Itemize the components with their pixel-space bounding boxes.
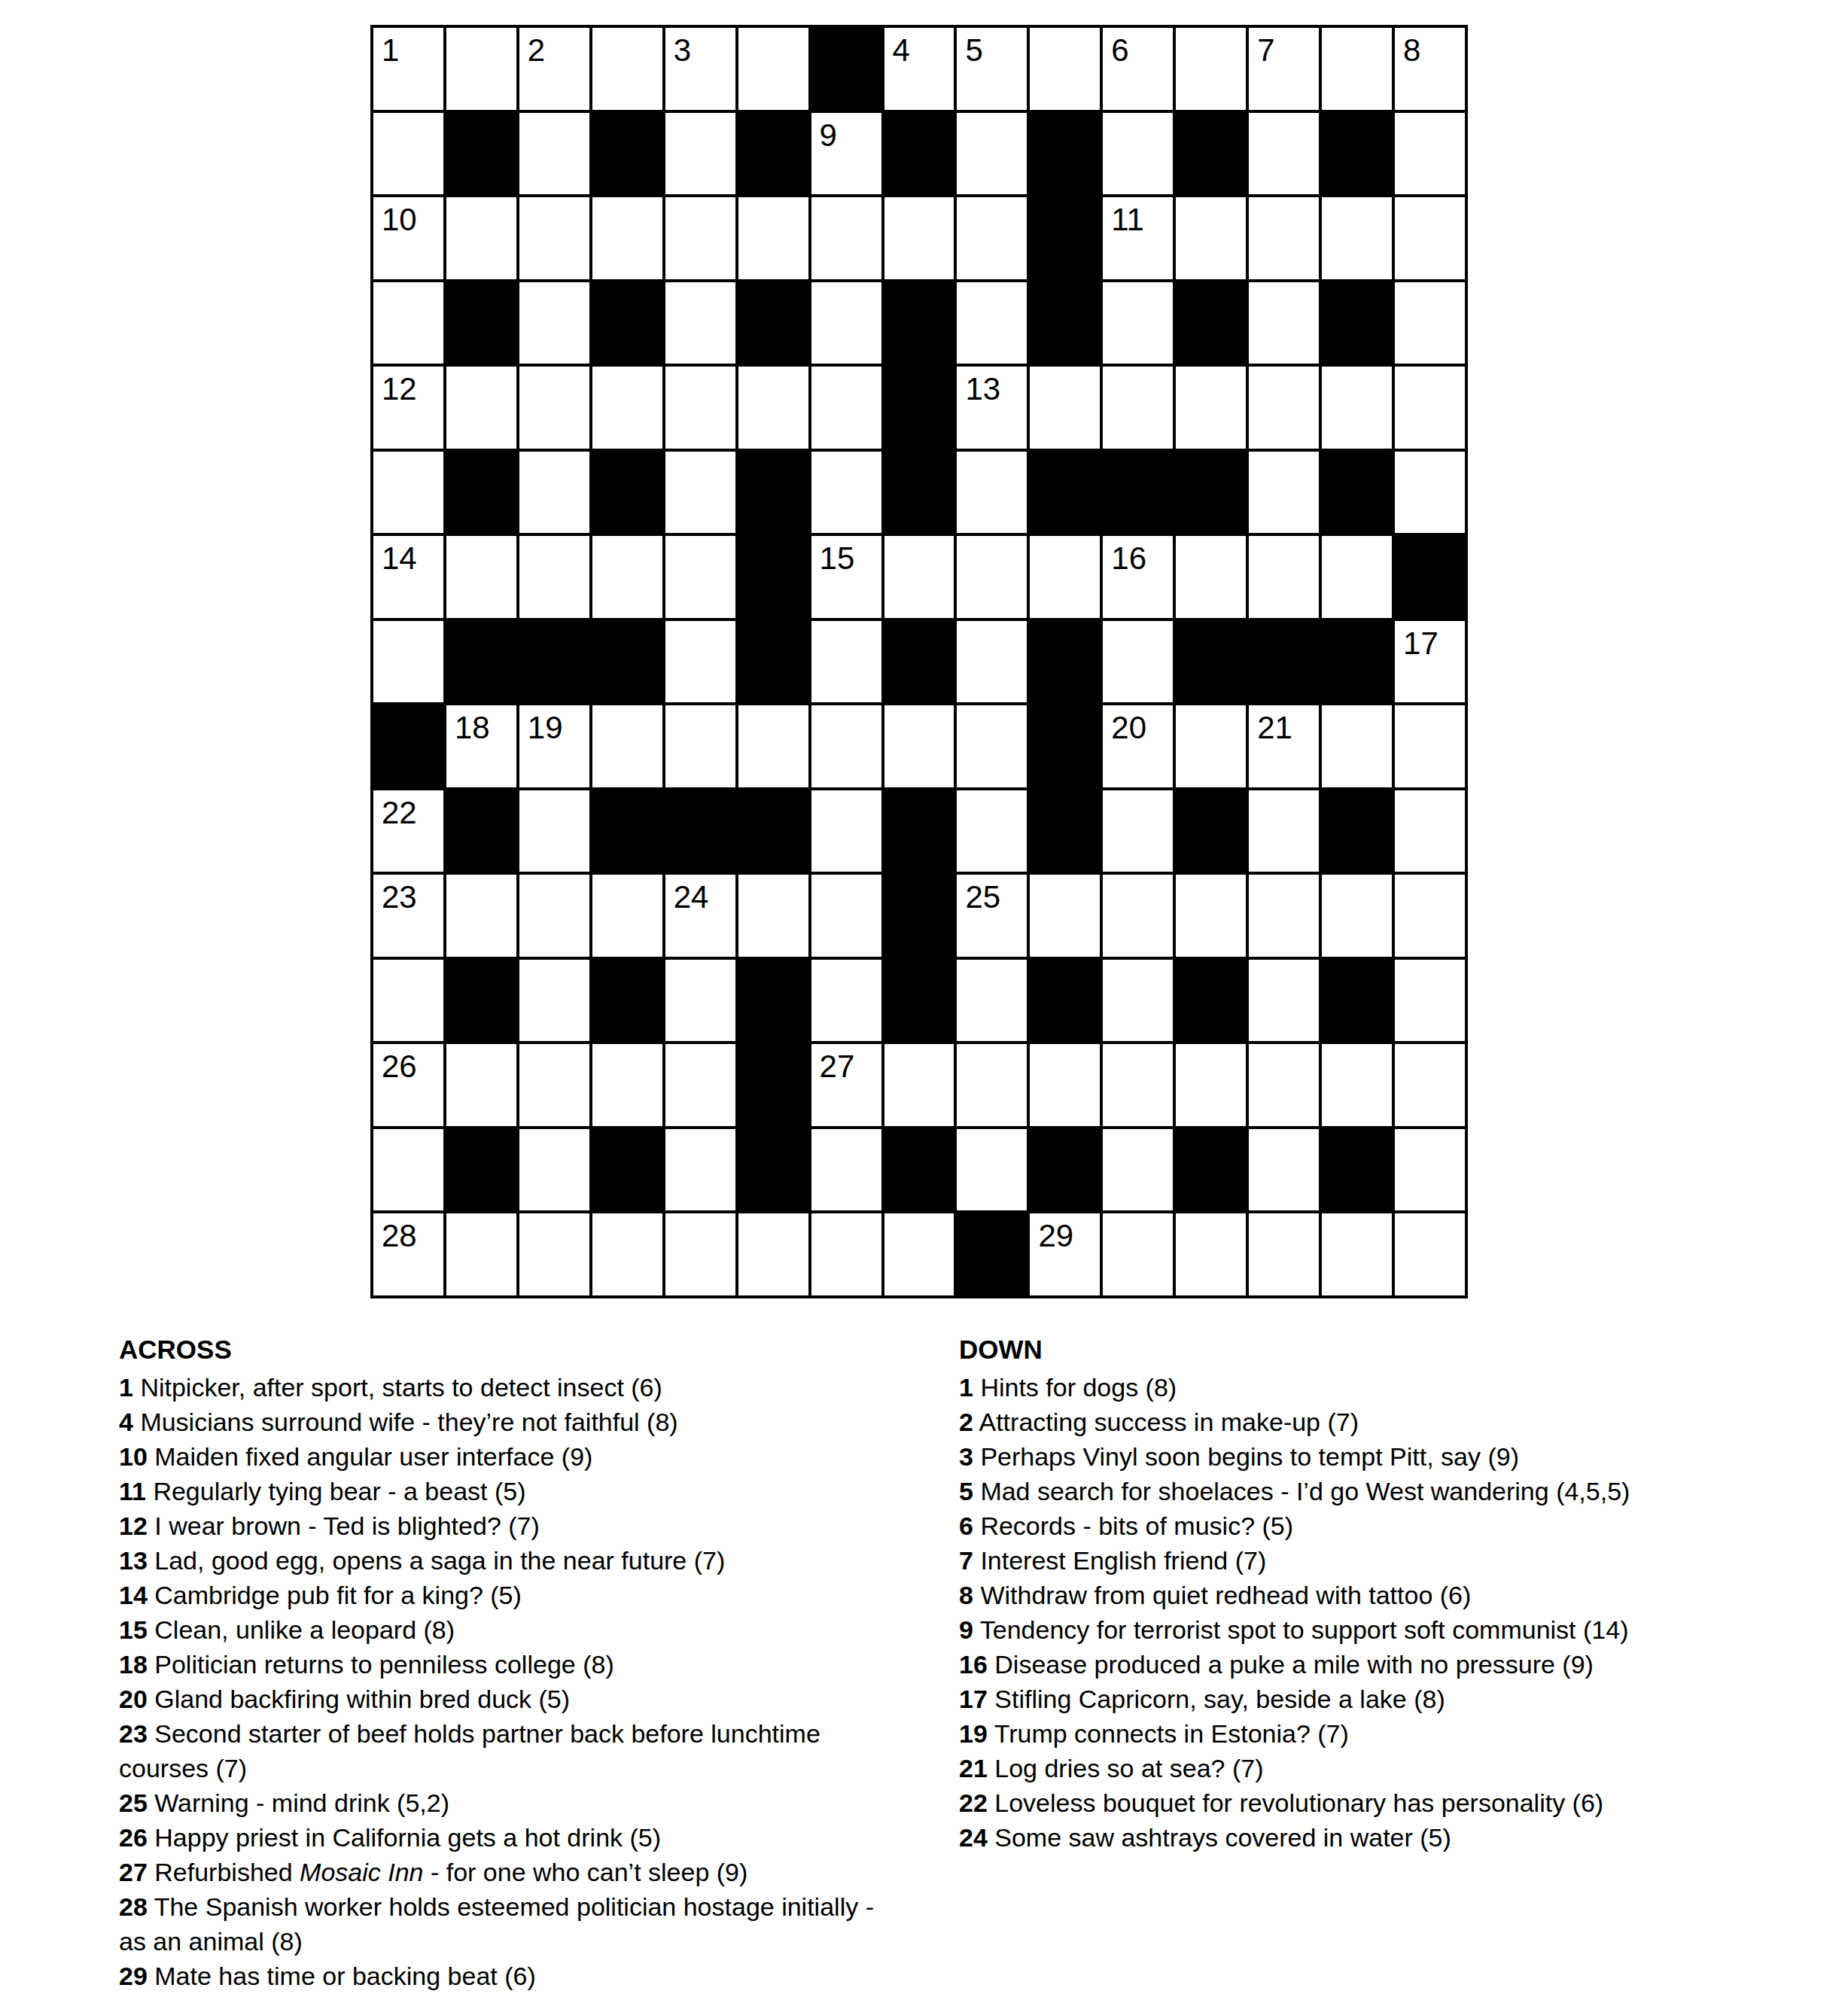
- cell-r13c7[interactable]: 27: [811, 1044, 881, 1126]
- across-clue-18: 18 Politician returns to penniless colle…: [119, 1647, 906, 1682]
- cell-r12c13[interactable]: [1249, 960, 1319, 1042]
- cell-number-20: 20: [1111, 712, 1146, 744]
- clue-text: Tendency for terrorist spot to support s…: [980, 1615, 1629, 1644]
- cell-r14c1[interactable]: [373, 1129, 443, 1211]
- cell-r9c6[interactable]: [738, 705, 808, 787]
- cell-r6c7[interactable]: [811, 452, 881, 534]
- cell-r1c12[interactable]: [1176, 28, 1246, 110]
- cell-r10c3[interactable]: [519, 790, 589, 872]
- cell-r13c14[interactable]: [1322, 1044, 1392, 1126]
- across-clue-26: 26 Happy priest in California gets a hot…: [119, 1820, 906, 1855]
- black-cell-r10c12: [1176, 790, 1246, 872]
- cell-number-25: 25: [965, 881, 1000, 913]
- across-clue-11: 11 Regularly tying bear - a beast (5): [119, 1474, 906, 1508]
- cell-number-10: 10: [382, 204, 417, 236]
- clue-number: 27: [119, 1858, 148, 1886]
- black-cell-r14c14: [1322, 1129, 1392, 1211]
- cell-number-6: 6: [1111, 35, 1128, 66]
- cell-r11c6[interactable]: [738, 875, 808, 957]
- cell-r7c1[interactable]: 14: [373, 536, 443, 618]
- cell-r9c7[interactable]: [811, 705, 881, 787]
- cell-r11c9[interactable]: 25: [957, 875, 1027, 957]
- clue-text: Happy priest in California gets a hot dr…: [154, 1823, 661, 1852]
- cell-r9c11[interactable]: 20: [1103, 705, 1173, 787]
- cell-r7c8[interactable]: [884, 536, 954, 618]
- cell-r7c12[interactable]: [1176, 536, 1246, 618]
- cell-r1c1[interactable]: 1: [373, 28, 443, 110]
- clue-number: 21: [959, 1754, 988, 1782]
- black-cell-r6c4: [592, 452, 662, 534]
- clue-number: 19: [959, 1719, 988, 1748]
- clue-number: 16: [959, 1650, 988, 1679]
- cell-r8c11[interactable]: [1103, 621, 1173, 703]
- cell-r3c13[interactable]: [1249, 197, 1319, 279]
- cell-r3c12[interactable]: [1176, 197, 1246, 279]
- cell-r5c12[interactable]: [1176, 367, 1246, 449]
- black-cell-r12c8: [884, 960, 954, 1042]
- black-cell-r14c4: [592, 1129, 662, 1211]
- cell-r1c4[interactable]: [592, 28, 662, 110]
- cell-r10c7[interactable]: [811, 790, 881, 872]
- black-cell-r8c2: [446, 621, 516, 703]
- cell-r9c2[interactable]: 18: [446, 705, 516, 787]
- cell-r1c3[interactable]: 2: [519, 28, 589, 110]
- cell-r13c10[interactable]: [1030, 1044, 1100, 1126]
- across-clue-13: 13 Lad, good egg, opens a saga in the ne…: [119, 1543, 906, 1578]
- clue-number: 22: [959, 1788, 988, 1817]
- clue-text: Perhaps Vinyl soon begins to tempt Pitt,…: [980, 1442, 1519, 1471]
- black-cell-r12c10: [1030, 960, 1100, 1042]
- cell-r11c14[interactable]: [1322, 875, 1392, 957]
- cell-r15c7[interactable]: [811, 1213, 881, 1295]
- cell-r5c14[interactable]: [1322, 367, 1392, 449]
- across-clue-14: 14 Cambridge pub fit for a king? (5): [119, 1578, 906, 1612]
- clue-text: Clean, unlike a leopard (8): [154, 1615, 455, 1644]
- cell-r3c9[interactable]: [957, 197, 1027, 279]
- clue-text: Musicians surround wife - they’re not fa…: [140, 1408, 677, 1436]
- cell-r5c2[interactable]: [446, 367, 516, 449]
- cell-r3c8[interactable]: [884, 197, 954, 279]
- cell-r11c2[interactable]: [446, 875, 516, 957]
- black-cell-r9c1: [373, 705, 443, 787]
- cell-r11c12[interactable]: [1176, 875, 1246, 957]
- black-cell-r12c4: [592, 960, 662, 1042]
- black-cell-r12c12: [1176, 960, 1246, 1042]
- cell-r7c4[interactable]: [592, 536, 662, 618]
- cell-r12c7[interactable]: [811, 960, 881, 1042]
- cell-r12c3[interactable]: [519, 960, 589, 1042]
- black-cell-r9c10: [1030, 705, 1100, 787]
- black-cell-r2c6: [738, 113, 808, 195]
- black-cell-r6c12: [1176, 452, 1246, 534]
- cell-r3c1[interactable]: 10: [373, 197, 443, 279]
- black-cell-r13c6: [738, 1044, 808, 1126]
- cell-r8c5[interactable]: [665, 621, 735, 703]
- cell-r1c5[interactable]: 3: [665, 28, 735, 110]
- across-clue-4: 4 Musicians surround wife - they’re not …: [119, 1405, 906, 1439]
- black-cell-r1c7: [811, 28, 881, 110]
- black-cell-r2c10: [1030, 113, 1100, 195]
- clue-number: 8: [959, 1581, 973, 1609]
- cell-r11c5[interactable]: 24: [665, 875, 735, 957]
- cell-r3c5[interactable]: [665, 197, 735, 279]
- cell-r7c9[interactable]: [957, 536, 1027, 618]
- cell-number-22: 22: [382, 797, 417, 829]
- cell-r12c11[interactable]: [1103, 960, 1173, 1042]
- cell-r9c15[interactable]: [1395, 705, 1465, 787]
- clue-number: 29: [119, 1962, 148, 1990]
- clue-text: Some saw ashtrays covered in water (5): [994, 1823, 1451, 1852]
- cell-r9c12[interactable]: [1176, 705, 1246, 787]
- cell-r11c1[interactable]: 23: [373, 875, 443, 957]
- cell-r3c6[interactable]: [738, 197, 808, 279]
- cell-number-7: 7: [1257, 35, 1274, 66]
- cell-number-23: 23: [382, 881, 417, 913]
- black-cell-r10c4: [592, 790, 662, 872]
- cell-r9c13[interactable]: 21: [1249, 705, 1319, 787]
- cell-number-17: 17: [1403, 628, 1439, 659]
- cell-number-18: 18: [455, 712, 490, 744]
- cell-r3c7[interactable]: [811, 197, 881, 279]
- cell-r4c15[interactable]: [1395, 282, 1465, 364]
- cell-r15c3[interactable]: [519, 1213, 589, 1295]
- cell-r13c4[interactable]: [592, 1044, 662, 1126]
- clue-number: 26: [119, 1823, 148, 1852]
- cell-r3c2[interactable]: [446, 197, 516, 279]
- cell-r2c3[interactable]: [519, 113, 589, 195]
- across-clue-25: 25 Warning - mind drink (5,2): [119, 1785, 906, 1820]
- cell-r13c11[interactable]: [1103, 1044, 1173, 1126]
- cell-number-9: 9: [820, 120, 837, 151]
- black-cell-r4c2: [446, 282, 516, 364]
- black-cell-r5c8: [884, 367, 954, 449]
- cell-r15c14[interactable]: [1322, 1213, 1392, 1295]
- black-cell-r6c11: [1103, 452, 1173, 534]
- cell-number-14: 14: [382, 543, 417, 574]
- cell-r13c9[interactable]: [957, 1044, 1027, 1126]
- clue-text: Gland backfiring within bred duck (5): [154, 1685, 570, 1713]
- cell-number-5: 5: [965, 35, 982, 66]
- cell-r9c3[interactable]: 19: [519, 705, 589, 787]
- cell-r1c10[interactable]: [1030, 28, 1100, 110]
- cell-r5c5[interactable]: [665, 367, 735, 449]
- black-cell-r12c6: [738, 960, 808, 1042]
- cell-r6c1[interactable]: [373, 452, 443, 534]
- cell-r11c7[interactable]: [811, 875, 881, 957]
- cell-r13c15[interactable]: [1395, 1044, 1465, 1126]
- black-cell-r2c8: [884, 113, 954, 195]
- cell-r15c4[interactable]: [592, 1213, 662, 1295]
- cell-r13c2[interactable]: [446, 1044, 516, 1126]
- cell-number-19: 19: [528, 712, 563, 744]
- clue-text: Loveless bouquet for revolutionary has p…: [994, 1788, 1603, 1817]
- cell-r2c13[interactable]: [1249, 113, 1319, 195]
- cell-r3c14[interactable]: [1322, 197, 1392, 279]
- cell-r5c11[interactable]: [1103, 367, 1173, 449]
- black-cell-r12c2: [446, 960, 516, 1042]
- cell-r11c10[interactable]: [1030, 875, 1100, 957]
- cell-r1c14[interactable]: [1322, 28, 1392, 110]
- cell-r11c13[interactable]: [1249, 875, 1319, 957]
- cell-r1c6[interactable]: [738, 28, 808, 110]
- cell-r7c11[interactable]: 16: [1103, 536, 1173, 618]
- cell-r4c9[interactable]: [957, 282, 1027, 364]
- down-clue-17: 17 Stifling Capricorn, say, beside a lak…: [959, 1682, 1764, 1716]
- clue-number: 28: [119, 1892, 148, 1921]
- down-clue-5: 5 Mad search for shoelaces - I’d go West…: [959, 1474, 1764, 1508]
- black-cell-r14c10: [1030, 1129, 1100, 1211]
- across-clues-panel: ACROSS 1 Nitpicker, after sport, starts …: [119, 1332, 906, 1993]
- cell-r13c13[interactable]: [1249, 1044, 1319, 1126]
- cell-number-1: 1: [382, 35, 399, 66]
- cell-number-8: 8: [1403, 35, 1420, 66]
- clue-number: 11: [119, 1477, 146, 1505]
- cell-r10c13[interactable]: [1249, 790, 1319, 872]
- black-cell-r4c6: [738, 282, 808, 364]
- clue-text: The Spanish worker holds esteemed politi…: [119, 1892, 874, 1956]
- cell-r12c1[interactable]: [373, 960, 443, 1042]
- cell-r13c8[interactable]: [884, 1044, 954, 1126]
- cell-r15c15[interactable]: [1395, 1213, 1465, 1295]
- black-cell-r8c14: [1322, 621, 1392, 703]
- cell-r1c15[interactable]: 8: [1395, 28, 1465, 110]
- clue-text: Interest English friend (7): [980, 1546, 1266, 1575]
- cell-number-12: 12: [382, 373, 417, 405]
- cell-r1c9[interactable]: 5: [957, 28, 1027, 110]
- cell-r2c1[interactable]: [373, 113, 443, 195]
- cell-r8c7[interactable]: [811, 621, 881, 703]
- clue-number: 24: [959, 1823, 988, 1852]
- down-clue-2: 2 Attracting success in make-up (7): [959, 1405, 1764, 1439]
- black-cell-r2c12: [1176, 113, 1246, 195]
- across-clue-23: 23 Second starter of beef holds partner …: [119, 1716, 906, 1785]
- black-cell-r8c10: [1030, 621, 1100, 703]
- cell-r6c9[interactable]: [957, 452, 1027, 534]
- cell-r1c13[interactable]: 7: [1249, 28, 1319, 110]
- clue-text: Trump connects in Estonia? (7): [994, 1719, 1349, 1748]
- clue-text: Stifling Capricorn, say, beside a lake (…: [994, 1685, 1445, 1713]
- cell-number-16: 16: [1111, 543, 1146, 574]
- down-clue-24: 24 Some saw ashtrays covered in water (5…: [959, 1820, 1764, 1855]
- cell-r2c15[interactable]: [1395, 113, 1465, 195]
- cell-r7c7[interactable]: 15: [811, 536, 881, 618]
- black-cell-r7c6: [738, 536, 808, 618]
- down-clue-7: 7 Interest English friend (7): [959, 1543, 1764, 1578]
- cell-r7c5[interactable]: [665, 536, 735, 618]
- cell-r10c1[interactable]: 22: [373, 790, 443, 872]
- black-cell-r10c2: [446, 790, 516, 872]
- cell-r3c11[interactable]: 11: [1103, 197, 1173, 279]
- clue-number: 20: [119, 1685, 148, 1713]
- cell-r8c15[interactable]: 17: [1395, 621, 1465, 703]
- black-cell-r2c14: [1322, 113, 1392, 195]
- cell-r15c2[interactable]: [446, 1213, 516, 1295]
- cell-r13c12[interactable]: [1176, 1044, 1246, 1126]
- cell-r8c1[interactable]: [373, 621, 443, 703]
- clue-number: 12: [119, 1511, 148, 1540]
- clue-text: Mad search for shoelaces - I’d go West w…: [980, 1477, 1630, 1505]
- cell-r15c1[interactable]: 28: [373, 1213, 443, 1295]
- crossword-board: 1234567891011121314151617181920212223242…: [370, 25, 1468, 1298]
- cell-r5c6[interactable]: [738, 367, 808, 449]
- black-cell-r10c5: [665, 790, 735, 872]
- cell-r4c7[interactable]: [811, 282, 881, 364]
- clue-text: Attracting success in make-up (7): [979, 1408, 1359, 1436]
- cell-r7c10[interactable]: [1030, 536, 1100, 618]
- cell-r14c15[interactable]: [1395, 1129, 1465, 1211]
- clue-text: I wear brown - Ted is blighted? (7): [154, 1511, 540, 1540]
- cell-r4c1[interactable]: [373, 282, 443, 364]
- black-cell-r8c8: [884, 621, 954, 703]
- black-cell-r3c10: [1030, 197, 1100, 279]
- cell-r9c4[interactable]: [592, 705, 662, 787]
- cell-r7c14[interactable]: [1322, 536, 1392, 618]
- cell-r12c9[interactable]: [957, 960, 1027, 1042]
- clue-number: 25: [119, 1788, 148, 1817]
- cell-r12c5[interactable]: [665, 960, 735, 1042]
- black-cell-r4c12: [1176, 282, 1246, 364]
- clue-text: Second starter of beef holds partner bac…: [119, 1719, 820, 1782]
- cell-r15c5[interactable]: [665, 1213, 735, 1295]
- clue-text: Lad, good egg, opens a saga in the near …: [154, 1546, 725, 1575]
- cell-r10c11[interactable]: [1103, 790, 1173, 872]
- black-cell-r8c4: [592, 621, 662, 703]
- cell-number-24: 24: [674, 881, 709, 913]
- cell-r7c13[interactable]: [1249, 536, 1319, 618]
- across-clue-20: 20 Gland backfiring within bred duck (5): [119, 1682, 906, 1716]
- clue-text: Mate has time or backing beat (6): [154, 1962, 535, 1990]
- cell-r1c2[interactable]: [446, 28, 516, 110]
- black-cell-r14c2: [446, 1129, 516, 1211]
- cell-number-3: 3: [674, 35, 691, 66]
- clue-text: Warning - mind drink (5,2): [154, 1788, 449, 1817]
- cell-r13c1[interactable]: 26: [373, 1044, 443, 1126]
- cell-r9c9[interactable]: [957, 705, 1027, 787]
- cell-r15c12[interactable]: [1176, 1213, 1246, 1295]
- black-cell-r14c12: [1176, 1129, 1246, 1211]
- clue-number: 10: [119, 1442, 148, 1471]
- cell-r5c9[interactable]: 13: [957, 367, 1027, 449]
- cell-r15c8[interactable]: [884, 1213, 954, 1295]
- cell-r11c11[interactable]: [1103, 875, 1173, 957]
- across-heading: ACROSS: [119, 1332, 906, 1367]
- black-cell-r8c13: [1249, 621, 1319, 703]
- cell-r2c5[interactable]: [665, 113, 735, 195]
- cell-r2c7[interactable]: 9: [811, 113, 881, 195]
- cell-r4c13[interactable]: [1249, 282, 1319, 364]
- cell-r5c7[interactable]: [811, 367, 881, 449]
- black-cell-r6c8: [884, 452, 954, 534]
- cell-number-28: 28: [382, 1220, 417, 1252]
- cell-r3c3[interactable]: [519, 197, 589, 279]
- cell-r5c1[interactable]: 12: [373, 367, 443, 449]
- cell-r6c5[interactable]: [665, 452, 735, 534]
- cell-r3c4[interactable]: [592, 197, 662, 279]
- cell-r5c10[interactable]: [1030, 367, 1100, 449]
- cell-r6c15[interactable]: [1395, 452, 1465, 534]
- cell-r10c15[interactable]: [1395, 790, 1465, 872]
- cell-r5c4[interactable]: [592, 367, 662, 449]
- cell-r2c9[interactable]: [957, 113, 1027, 195]
- cell-r8c9[interactable]: [957, 621, 1027, 703]
- cell-r14c9[interactable]: [957, 1129, 1027, 1211]
- cell-r9c5[interactable]: [665, 705, 735, 787]
- cell-r15c6[interactable]: [738, 1213, 808, 1295]
- cell-r6c3[interactable]: [519, 452, 589, 534]
- cell-r4c3[interactable]: [519, 282, 589, 364]
- cell-r14c3[interactable]: [519, 1129, 589, 1211]
- cell-r14c7[interactable]: [811, 1129, 881, 1211]
- cell-r5c3[interactable]: [519, 367, 589, 449]
- across-clue-27: 27 Refurbished Mosaic Inn - for one who …: [119, 1855, 906, 1889]
- black-cell-r14c6: [738, 1129, 808, 1211]
- cell-r7c2[interactable]: [446, 536, 516, 618]
- cell-r4c11[interactable]: [1103, 282, 1173, 364]
- cell-r9c8[interactable]: [884, 705, 954, 787]
- clue-number: 13: [119, 1546, 148, 1575]
- clue-text: - for one who can’t sleep (9): [423, 1858, 747, 1886]
- cell-r15c10[interactable]: 29: [1030, 1213, 1100, 1295]
- black-cell-r10c6: [738, 790, 808, 872]
- clue-number: 7: [959, 1546, 973, 1575]
- black-cell-r10c14: [1322, 790, 1392, 872]
- down-clues-panel: DOWN 1 Hints for dogs (8)2 Attracting su…: [959, 1332, 1764, 1855]
- down-clue-16: 16 Disease produced a puke a mile with n…: [959, 1647, 1764, 1682]
- across-clue-10: 10 Maiden fixed angular user interface (…: [119, 1439, 906, 1474]
- cell-r11c15[interactable]: [1395, 875, 1465, 957]
- clue-text: Refurbished: [154, 1858, 300, 1886]
- down-clue-list: 1 Hints for dogs (8)2 Attracting success…: [959, 1370, 1764, 1855]
- cell-r10c9[interactable]: [957, 790, 1027, 872]
- cell-number-11: 11: [1111, 204, 1144, 236]
- cell-r15c13[interactable]: [1249, 1213, 1319, 1295]
- cell-r1c11[interactable]: 6: [1103, 28, 1173, 110]
- cell-r7c3[interactable]: [519, 536, 589, 618]
- cell-r11c4[interactable]: [592, 875, 662, 957]
- cell-number-29: 29: [1038, 1220, 1073, 1252]
- cell-r14c13[interactable]: [1249, 1129, 1319, 1211]
- cell-r11c3[interactable]: [519, 875, 589, 957]
- cell-r6c13[interactable]: [1249, 452, 1319, 534]
- clue-text: Cambridge pub fit for a king? (5): [154, 1581, 522, 1609]
- black-cell-r12c14: [1322, 960, 1392, 1042]
- cell-r5c15[interactable]: [1395, 367, 1465, 449]
- cell-r2c11[interactable]: [1103, 113, 1173, 195]
- cell-number-2: 2: [528, 35, 545, 66]
- cell-r14c11[interactable]: [1103, 1129, 1173, 1211]
- cell-number-27: 27: [820, 1051, 855, 1082]
- cell-r4c5[interactable]: [665, 282, 735, 364]
- cell-r9c14[interactable]: [1322, 705, 1392, 787]
- cell-r12c15[interactable]: [1395, 960, 1465, 1042]
- black-cell-r7c15: [1395, 536, 1465, 618]
- black-cell-r8c6: [738, 621, 808, 703]
- cell-r5c13[interactable]: [1249, 367, 1319, 449]
- clue-number: 3: [959, 1442, 973, 1471]
- black-cell-r10c10: [1030, 790, 1100, 872]
- cell-r3c15[interactable]: [1395, 197, 1465, 279]
- across-clue-12: 12 I wear brown - Ted is blighted? (7): [119, 1508, 906, 1543]
- cell-r15c11[interactable]: [1103, 1213, 1173, 1295]
- cell-r13c5[interactable]: [665, 1044, 735, 1126]
- clue-number: 1: [959, 1373, 973, 1402]
- cell-r13c3[interactable]: [519, 1044, 589, 1126]
- across-clue-list: 1 Nitpicker, after sport, starts to dete…: [119, 1370, 906, 1993]
- clue-text-italic: Mosaic Inn: [300, 1858, 423, 1886]
- cell-r1c8[interactable]: 4: [884, 28, 954, 110]
- cell-r14c5[interactable]: [665, 1129, 735, 1211]
- black-cell-r6c14: [1322, 452, 1392, 534]
